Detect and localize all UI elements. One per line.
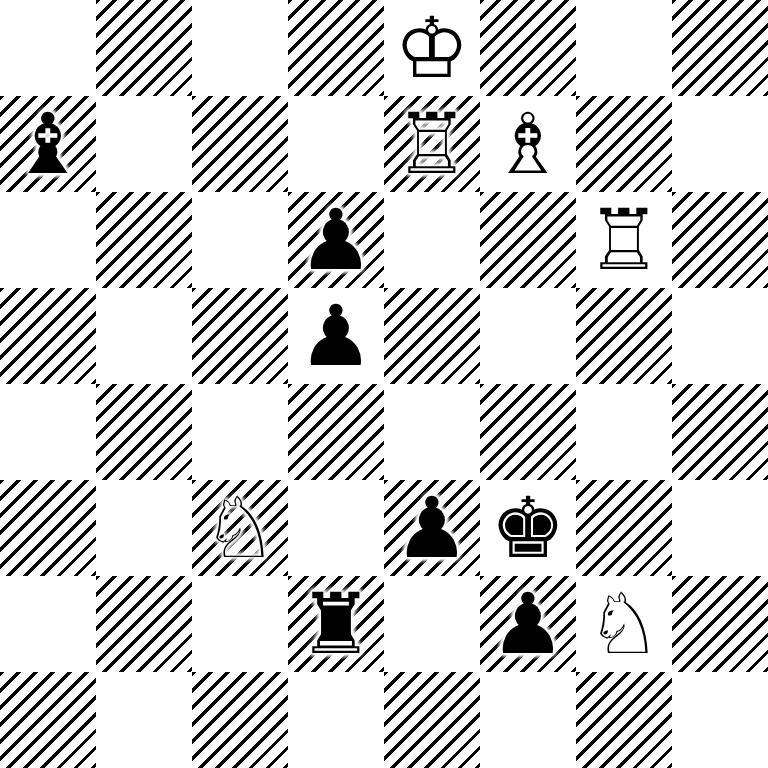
square-a4[interactable] — [0, 384, 96, 480]
square-a5[interactable] — [0, 288, 96, 384]
square-f4[interactable] — [480, 384, 576, 480]
square-h2[interactable] — [672, 576, 768, 672]
square-g8[interactable] — [576, 0, 672, 96]
square-f2[interactable]: ♟ — [480, 576, 576, 672]
square-g4[interactable] — [576, 384, 672, 480]
square-f8[interactable] — [480, 0, 576, 96]
square-g2[interactable]: ♘ — [576, 576, 672, 672]
square-g6[interactable]: ♖ — [576, 192, 672, 288]
square-g5[interactable] — [576, 288, 672, 384]
square-h5[interactable] — [672, 288, 768, 384]
square-a1[interactable] — [0, 672, 96, 768]
square-d3[interactable] — [288, 480, 384, 576]
square-e4[interactable] — [384, 384, 480, 480]
square-c1[interactable] — [192, 672, 288, 768]
square-e2[interactable] — [384, 576, 480, 672]
square-b8[interactable] — [96, 0, 192, 96]
square-f3[interactable]: ♚ — [480, 480, 576, 576]
square-g3[interactable] — [576, 480, 672, 576]
square-e7[interactable]: ♖ — [384, 96, 480, 192]
square-b2[interactable] — [96, 576, 192, 672]
black-king-piece[interactable]: ♚ — [490, 480, 565, 576]
square-g7[interactable] — [576, 96, 672, 192]
square-f5[interactable] — [480, 288, 576, 384]
square-e6[interactable] — [384, 192, 480, 288]
square-c2[interactable] — [192, 576, 288, 672]
chess-diagram: ♔♝♖♗♟♖♟♘♟♚♜♟♘ — [0, 0, 768, 768]
square-h4[interactable] — [672, 384, 768, 480]
square-d2[interactable]: ♜ — [288, 576, 384, 672]
square-f6[interactable] — [480, 192, 576, 288]
black-pawn-piece[interactable]: ♟ — [298, 192, 373, 288]
square-c4[interactable] — [192, 384, 288, 480]
square-d4[interactable] — [288, 384, 384, 480]
square-h8[interactable] — [672, 0, 768, 96]
square-f1[interactable] — [480, 672, 576, 768]
black-pawn-piece[interactable]: ♟ — [490, 576, 565, 672]
square-h1[interactable] — [672, 672, 768, 768]
square-d5[interactable]: ♟ — [288, 288, 384, 384]
square-c7[interactable] — [192, 96, 288, 192]
square-b1[interactable] — [96, 672, 192, 768]
square-h3[interactable] — [672, 480, 768, 576]
square-e5[interactable] — [384, 288, 480, 384]
square-b5[interactable] — [96, 288, 192, 384]
square-h7[interactable] — [672, 96, 768, 192]
square-c3[interactable]: ♘ — [192, 480, 288, 576]
black-rook-piece[interactable]: ♜ — [298, 576, 373, 672]
white-rook-piece[interactable]: ♖ — [394, 96, 469, 192]
square-e8[interactable]: ♔ — [384, 0, 480, 96]
square-d8[interactable] — [288, 0, 384, 96]
square-d6[interactable]: ♟ — [288, 192, 384, 288]
square-d7[interactable] — [288, 96, 384, 192]
square-c8[interactable] — [192, 0, 288, 96]
black-pawn-piece[interactable]: ♟ — [298, 288, 373, 384]
chess-board: ♔♝♖♗♟♖♟♘♟♚♜♟♘ — [0, 0, 768, 768]
square-g1[interactable] — [576, 672, 672, 768]
square-c5[interactable] — [192, 288, 288, 384]
square-h6[interactable] — [672, 192, 768, 288]
square-e3[interactable]: ♟ — [384, 480, 480, 576]
square-f7[interactable]: ♗ — [480, 96, 576, 192]
square-a6[interactable] — [0, 192, 96, 288]
square-d1[interactable] — [288, 672, 384, 768]
square-a2[interactable] — [0, 576, 96, 672]
square-e1[interactable] — [384, 672, 480, 768]
white-bishop-piece[interactable]: ♗ — [490, 96, 565, 192]
white-king-piece[interactable]: ♔ — [394, 0, 469, 96]
white-knight-piece[interactable]: ♘ — [202, 480, 277, 576]
square-b7[interactable] — [96, 96, 192, 192]
square-c6[interactable] — [192, 192, 288, 288]
square-a8[interactable] — [0, 0, 96, 96]
square-b6[interactable] — [96, 192, 192, 288]
black-bishop-piece[interactable]: ♝ — [10, 96, 85, 192]
square-a3[interactable] — [0, 480, 96, 576]
black-pawn-piece[interactable]: ♟ — [394, 480, 469, 576]
white-rook-piece[interactable]: ♖ — [586, 192, 661, 288]
square-b3[interactable] — [96, 480, 192, 576]
white-knight-piece[interactable]: ♘ — [586, 576, 661, 672]
square-a7[interactable]: ♝ — [0, 96, 96, 192]
square-b4[interactable] — [96, 384, 192, 480]
